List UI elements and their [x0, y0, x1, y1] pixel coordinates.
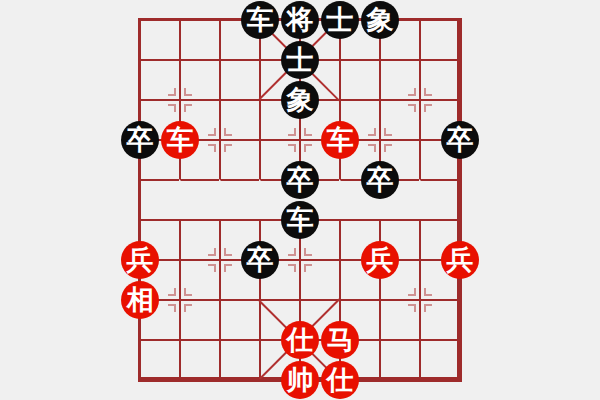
board-cell	[139, 19, 179, 59]
board-cell	[139, 179, 179, 219]
board-cell	[219, 139, 259, 179]
piece-black-chariot[interactable]: 车	[241, 1, 279, 39]
piece-black-chariot[interactable]: 车	[281, 201, 319, 239]
board-background: 车将士象士象卒车车卒卒卒车兵卒兵兵相仕马帅仕	[0, 0, 600, 400]
piece-black-soldier[interactable]: 卒	[281, 161, 319, 199]
piece-black-advisor[interactable]: 士	[281, 41, 319, 79]
board-cell	[419, 299, 459, 339]
piece-red-advisor[interactable]: 仕	[281, 321, 319, 359]
board-cell	[179, 219, 219, 259]
piece-black-elephant[interactable]: 象	[281, 81, 319, 119]
board-cell	[419, 179, 459, 219]
piece-red-soldier[interactable]: 兵	[441, 241, 479, 279]
piece-black-advisor[interactable]: 士	[321, 1, 359, 39]
piece-red-elephant[interactable]: 相	[121, 281, 159, 319]
board-cell	[379, 99, 419, 139]
piece-red-chariot[interactable]: 车	[161, 121, 199, 159]
piece-red-soldier[interactable]: 兵	[121, 241, 159, 279]
piece-black-soldier[interactable]: 卒	[241, 241, 279, 279]
board-cell	[219, 179, 259, 219]
board-cell	[179, 179, 219, 219]
board-cell	[419, 59, 459, 99]
piece-red-soldier[interactable]: 兵	[361, 241, 399, 279]
piece-red-general[interactable]: 帅	[281, 361, 319, 399]
board-cell	[139, 339, 179, 379]
board-cell	[379, 339, 419, 379]
board-cell	[339, 59, 379, 99]
board-cell	[219, 299, 259, 339]
piece-red-horse[interactable]: 马	[321, 321, 359, 359]
board-cell	[219, 59, 259, 99]
piece-black-soldier[interactable]: 卒	[121, 121, 159, 159]
board-cell	[179, 299, 219, 339]
piece-red-advisor[interactable]: 仕	[321, 361, 359, 399]
board-cell	[219, 99, 259, 139]
board-cell	[219, 339, 259, 379]
board-cell	[419, 339, 459, 379]
piece-black-soldier[interactable]: 卒	[441, 121, 479, 159]
board-cell	[379, 299, 419, 339]
board-cell	[299, 259, 339, 299]
board-cell	[419, 19, 459, 59]
piece-black-soldier[interactable]: 卒	[361, 161, 399, 199]
piece-black-general[interactable]: 将	[281, 1, 319, 39]
piece-red-chariot[interactable]: 车	[321, 121, 359, 159]
board-cell	[179, 19, 219, 59]
xiangqi-board[interactable]: 车将士象士象卒车车卒卒卒车兵卒兵兵相仕马帅仕	[140, 20, 460, 380]
board-cell	[139, 59, 179, 99]
board-cell	[179, 259, 219, 299]
board-cell	[179, 339, 219, 379]
board-cell	[179, 59, 219, 99]
board-cell	[379, 59, 419, 99]
piece-black-elephant[interactable]: 象	[361, 1, 399, 39]
